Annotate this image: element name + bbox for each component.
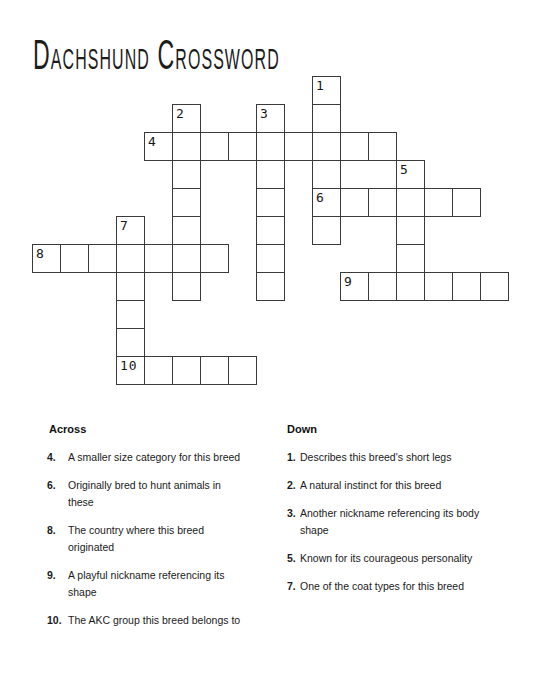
grid-cell[interactable] (368, 188, 397, 217)
grid-cell[interactable]: 8 (32, 244, 61, 273)
puzzle-title: Dachshund Crossword (33, 33, 280, 77)
across-header: Across (49, 421, 261, 438)
clue-item: 2.A natural instinct for this breed (287, 477, 499, 494)
grid-cell[interactable] (284, 132, 313, 161)
grid-cell[interactable] (396, 188, 425, 217)
grid-cell[interactable]: 6 (312, 188, 341, 217)
grid-cell[interactable] (256, 132, 285, 161)
clue-item-number: 2. (287, 477, 300, 494)
clue-item-text: A playful nickname referencing its shape (68, 567, 224, 601)
clue-item-text: One of the coat types for this breed (300, 578, 464, 595)
grid-cell[interactable] (312, 216, 341, 245)
clue-item-number: 8. (47, 522, 68, 556)
clue-number: 10 (120, 359, 138, 372)
clue-item: 4.A smaller size category for this breed (47, 449, 261, 466)
clue-number: 9 (344, 275, 353, 288)
grid-cell[interactable] (228, 132, 257, 161)
grid-cell[interactable] (60, 244, 89, 273)
clue-item-number: 4. (47, 449, 68, 466)
clue-item-text: Another nickname referencing its body sh… (300, 505, 479, 539)
grid-cell[interactable] (172, 272, 201, 301)
grid-cell[interactable] (256, 216, 285, 245)
clue-item: 1.Describes this breed's short legs (287, 449, 499, 466)
clue-item-number: 6. (47, 477, 68, 511)
grid-cell[interactable] (368, 272, 397, 301)
clue-item-text: A smaller size category for this breed (68, 449, 240, 466)
across-clues-list: 4.A smaller size category for this breed… (47, 449, 261, 629)
clue-number: 8 (36, 247, 45, 260)
grid-cell[interactable] (256, 272, 285, 301)
clue-item: 5.Known for its courageous personality (287, 550, 499, 567)
clue-number: 1 (316, 79, 325, 92)
grid-cell[interactable]: 9 (340, 272, 369, 301)
grid-cell[interactable] (340, 132, 369, 161)
grid-cell[interactable] (172, 244, 201, 273)
grid-cell[interactable]: 3 (256, 104, 285, 133)
clue-item-text: Describes this breed's short legs (300, 449, 451, 466)
clue-number: 3 (260, 107, 269, 120)
grid-cell[interactable] (312, 132, 341, 161)
grid-cell[interactable]: 5 (396, 160, 425, 189)
clue-item: 7.One of the coat types for this breed (287, 578, 499, 595)
down-clues-section: Down 1.Describes this breed's short legs… (287, 421, 499, 606)
grid-cell[interactable] (116, 300, 145, 329)
grid-cell[interactable] (452, 272, 481, 301)
clue-item-text: A natural instinct for this breed (300, 477, 441, 494)
grid-cell[interactable] (200, 132, 229, 161)
clue-item-number: 10. (47, 612, 68, 629)
grid-cell[interactable] (172, 356, 201, 385)
grid-cell[interactable]: 2 (172, 104, 201, 133)
clue-number: 7 (120, 219, 129, 232)
grid-cell[interactable] (200, 244, 229, 273)
grid-cell[interactable] (424, 188, 453, 217)
grid-cell[interactable]: 10 (116, 356, 145, 385)
grid-cell[interactable] (172, 132, 201, 161)
worksheet-page: Dachshund Crossword 12345678910 Across 4… (0, 0, 541, 700)
grid-cell[interactable] (312, 160, 341, 189)
grid-cell[interactable] (256, 160, 285, 189)
grid-cell[interactable] (452, 188, 481, 217)
grid-cell[interactable] (368, 132, 397, 161)
clue-number: 5 (400, 163, 409, 176)
down-header: Down (287, 421, 499, 438)
clue-item: 10.The AKC group this breed belongs to (47, 612, 261, 629)
grid-cell[interactable]: 1 (312, 76, 341, 105)
clue-item-text: Known for its courageous personality (300, 550, 472, 567)
clue-item-text: Originally bred to hunt animals in these (68, 477, 221, 511)
clue-number: 2 (176, 107, 185, 120)
grid-cell[interactable] (200, 356, 229, 385)
grid-cell[interactable] (144, 356, 173, 385)
grid-cell[interactable] (340, 188, 369, 217)
clue-item: 3.Another nickname referencing its body … (287, 505, 499, 539)
grid-cell[interactable] (256, 188, 285, 217)
clue-item-number: 3. (287, 505, 300, 539)
clue-item-text: The AKC group this breed belongs to (68, 612, 240, 629)
grid-cell[interactable] (144, 244, 173, 273)
grid-cell[interactable] (256, 244, 285, 273)
grid-cell[interactable] (396, 244, 425, 273)
down-clues-list: 1.Describes this breed's short legs2.A n… (287, 449, 499, 595)
grid-cell[interactable]: 4 (144, 132, 173, 161)
grid-cell[interactable] (172, 160, 201, 189)
grid-cell[interactable] (116, 272, 145, 301)
grid-cell[interactable] (424, 272, 453, 301)
grid-cell[interactable] (312, 104, 341, 133)
grid-cell[interactable] (172, 188, 201, 217)
clue-item-number: 1. (287, 449, 300, 466)
clue-item: 9.A playful nickname referencing its sha… (47, 567, 261, 601)
clue-number: 4 (148, 135, 157, 148)
grid-cell[interactable] (116, 328, 145, 357)
grid-cell[interactable] (116, 244, 145, 273)
clue-item: 8.The country where this breed originate… (47, 522, 261, 556)
grid-cell[interactable] (172, 216, 201, 245)
clue-item: 6.Originally bred to hunt animals in the… (47, 477, 261, 511)
grid-cell[interactable] (88, 244, 117, 273)
grid-cell[interactable]: 7 (116, 216, 145, 245)
grid-cell[interactable] (228, 356, 257, 385)
clue-item-text: The country where this breed originated (68, 522, 204, 556)
grid-cell[interactable] (480, 272, 509, 301)
clue-item-number: 9. (47, 567, 68, 601)
clue-item-number: 7. (287, 578, 300, 595)
grid-cell[interactable] (396, 216, 425, 245)
clue-number: 6 (316, 191, 325, 204)
across-clues-section: Across 4.A smaller size category for thi… (47, 421, 261, 640)
clue-item-number: 5. (287, 550, 300, 567)
grid-cell[interactable] (396, 272, 425, 301)
